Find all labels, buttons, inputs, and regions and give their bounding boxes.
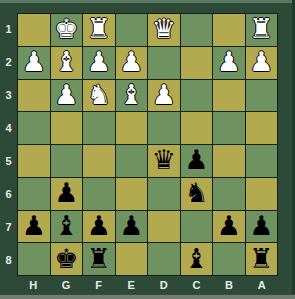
square-f2[interactable]: ♟ — [83, 47, 115, 79]
square-g8[interactable]: ♚ — [51, 243, 83, 275]
square-b2[interactable]: ♟ — [213, 47, 245, 79]
rank-label-1: 1 — [0, 13, 17, 46]
white-knight-piece[interactable]: ♞ — [87, 81, 111, 108]
rank-label-8: 8 — [0, 243, 17, 276]
white-rook-piece[interactable]: ♜ — [87, 15, 111, 42]
square-h8[interactable] — [18, 243, 50, 275]
square-c3[interactable] — [181, 80, 213, 112]
square-b6[interactable] — [213, 178, 245, 210]
square-h7[interactable]: ♟ — [18, 211, 50, 243]
square-g2[interactable]: ♝ — [51, 47, 83, 79]
square-b1[interactable] — [213, 14, 245, 46]
square-g6[interactable]: ♟ — [51, 178, 83, 210]
square-e4[interactable] — [116, 112, 148, 144]
white-pawn-piece[interactable]: ♟ — [22, 48, 46, 75]
black-pawn-piece[interactable]: ♟ — [184, 146, 208, 173]
square-a4[interactable] — [246, 112, 278, 144]
black-king-piece[interactable]: ♚ — [54, 245, 78, 272]
square-a7[interactable]: ♟ — [246, 211, 278, 243]
square-e5[interactable] — [116, 145, 148, 177]
square-c5[interactable]: ♟ — [181, 145, 213, 177]
file-label-c: C — [180, 276, 213, 294]
square-e7[interactable]: ♟ — [116, 211, 148, 243]
square-b5[interactable] — [213, 145, 245, 177]
square-c1[interactable] — [181, 14, 213, 46]
white-pawn-piece[interactable]: ♟ — [54, 81, 78, 108]
square-h2[interactable]: ♟ — [18, 47, 50, 79]
square-g4[interactable] — [51, 112, 83, 144]
square-g1[interactable]: ♚ — [51, 14, 83, 46]
square-e8[interactable] — [116, 243, 148, 275]
black-pawn-piece[interactable]: ♟ — [119, 212, 143, 239]
square-c4[interactable] — [181, 112, 213, 144]
black-rook-piece[interactable]: ♜ — [249, 245, 273, 272]
file-label-f: F — [82, 276, 115, 294]
square-a6[interactable] — [246, 178, 278, 210]
square-a5[interactable] — [246, 145, 278, 177]
square-e1[interactable] — [116, 14, 148, 46]
square-h3[interactable] — [18, 80, 50, 112]
square-d7[interactable] — [148, 211, 180, 243]
window-top-bevel — [0, 0, 295, 3]
white-king-piece[interactable]: ♚ — [54, 15, 78, 42]
square-g3[interactable]: ♟ — [51, 80, 83, 112]
square-a1[interactable]: ♜ — [246, 14, 278, 46]
square-a2[interactable]: ♟ — [246, 47, 278, 79]
rank-label-2: 2 — [0, 46, 17, 79]
white-pawn-piece[interactable]: ♟ — [152, 81, 176, 108]
square-e6[interactable] — [116, 178, 148, 210]
square-d1[interactable]: ♛ — [148, 14, 180, 46]
square-f4[interactable] — [83, 112, 115, 144]
square-f5[interactable] — [83, 145, 115, 177]
white-bishop-piece[interactable]: ♝ — [119, 81, 143, 108]
white-pawn-piece[interactable]: ♟ — [87, 48, 111, 75]
white-queen-piece[interactable]: ♛ — [152, 15, 176, 42]
white-pawn-piece[interactable]: ♟ — [249, 48, 273, 75]
square-d2[interactable] — [148, 47, 180, 79]
chess-app-window: 12345678 ♚♜♛♜♟♝♟♟♟♟♟♞♝♟♛♟♟♞♟♝♟♟♟♟♚♜♝♜ HG… — [0, 0, 295, 299]
rank-label-4: 4 — [0, 112, 17, 145]
window-bottom-bar — [0, 294, 295, 299]
black-bishop-piece[interactable]: ♝ — [184, 245, 208, 272]
black-rook-piece[interactable]: ♜ — [87, 245, 111, 272]
window-right-bevel — [292, 0, 295, 299]
square-c6[interactable]: ♞ — [181, 178, 213, 210]
file-label-g: G — [50, 276, 83, 294]
rank-label-5: 5 — [0, 145, 17, 178]
file-label-d: D — [148, 276, 181, 294]
square-f8[interactable]: ♜ — [83, 243, 115, 275]
square-a8[interactable]: ♜ — [246, 243, 278, 275]
square-e2[interactable]: ♟ — [116, 47, 148, 79]
square-d6[interactable] — [148, 178, 180, 210]
square-d4[interactable] — [148, 112, 180, 144]
black-knight-piece[interactable]: ♞ — [184, 179, 208, 206]
file-label-b: B — [213, 276, 246, 294]
square-c8[interactable]: ♝ — [181, 243, 213, 275]
white-pawn-piece[interactable]: ♟ — [217, 48, 241, 75]
black-pawn-piece[interactable]: ♟ — [54, 179, 78, 206]
black-pawn-piece[interactable]: ♟ — [22, 212, 46, 239]
square-h1[interactable] — [18, 14, 50, 46]
file-labels: HGFEDCBA — [17, 276, 278, 294]
white-rook-piece[interactable]: ♜ — [249, 15, 273, 42]
square-d8[interactable] — [148, 243, 180, 275]
square-h5[interactable] — [18, 145, 50, 177]
black-pawn-piece[interactable]: ♟ — [87, 212, 111, 239]
black-bishop-piece[interactable]: ♝ — [54, 212, 78, 239]
square-f6[interactable] — [83, 178, 115, 210]
black-pawn-piece[interactable]: ♟ — [249, 212, 273, 239]
white-pawn-piece[interactable]: ♟ — [119, 48, 143, 75]
square-d5[interactable]: ♛ — [148, 145, 180, 177]
square-a3[interactable] — [246, 80, 278, 112]
white-bishop-piece[interactable]: ♝ — [54, 48, 78, 75]
square-h4[interactable] — [18, 112, 50, 144]
rank-labels: 12345678 — [0, 13, 17, 276]
square-g7[interactable]: ♝ — [51, 211, 83, 243]
chess-board[interactable]: ♚♜♛♜♟♝♟♟♟♟♟♞♝♟♛♟♟♞♟♝♟♟♟♟♚♜♝♜ — [17, 13, 278, 276]
square-f7[interactable]: ♟ — [83, 211, 115, 243]
file-label-e: E — [115, 276, 148, 294]
file-label-a: A — [245, 276, 278, 294]
square-b4[interactable] — [213, 112, 245, 144]
file-label-h: H — [17, 276, 50, 294]
square-b3[interactable] — [213, 80, 245, 112]
square-e3[interactable]: ♝ — [116, 80, 148, 112]
square-b8[interactable] — [213, 243, 245, 275]
square-h6[interactable] — [18, 178, 50, 210]
square-d3[interactable]: ♟ — [148, 80, 180, 112]
rank-label-7: 7 — [0, 210, 17, 243]
square-f3[interactable]: ♞ — [83, 80, 115, 112]
square-c2[interactable] — [181, 47, 213, 79]
black-queen-piece[interactable]: ♛ — [152, 146, 176, 173]
square-g5[interactable] — [51, 145, 83, 177]
rank-label-3: 3 — [0, 79, 17, 112]
square-b7[interactable]: ♟ — [213, 211, 245, 243]
black-pawn-piece[interactable]: ♟ — [217, 212, 241, 239]
square-f1[interactable]: ♜ — [83, 14, 115, 46]
square-c7[interactable] — [181, 211, 213, 243]
rank-label-6: 6 — [0, 177, 17, 210]
